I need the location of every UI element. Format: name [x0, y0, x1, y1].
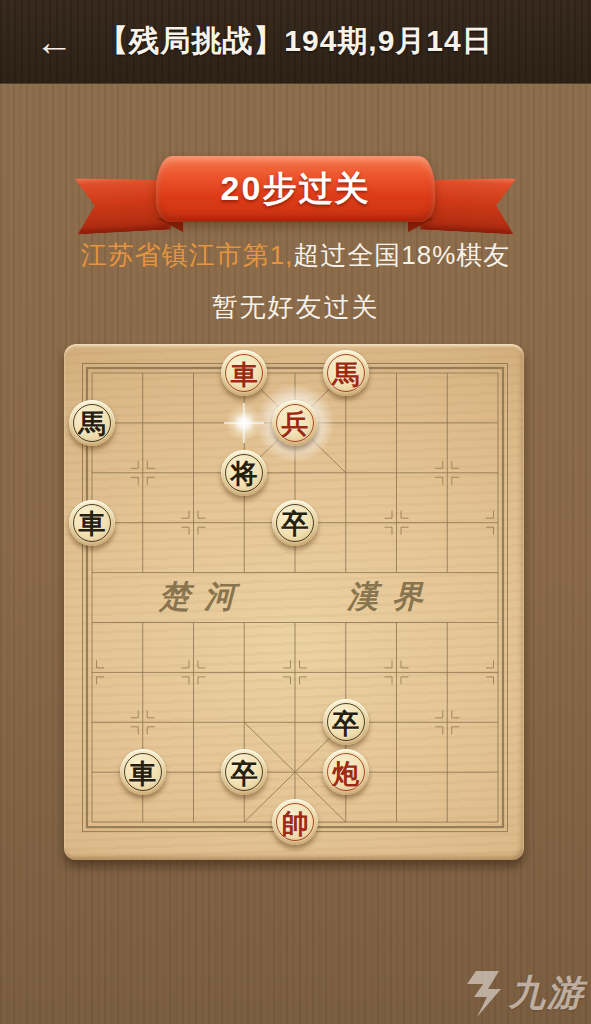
friends-status-text: 暂无好友过关	[0, 290, 591, 325]
stats-block: 江苏省镇江市第1,超过全国18%棋友 暂无好友过关	[0, 238, 591, 325]
ribbon-fold-left	[157, 218, 183, 232]
piece-red-pawn[interactable]: 兵	[272, 400, 318, 446]
piece-glyph: 馬	[79, 410, 106, 437]
piece-glyph: 卒	[282, 510, 309, 537]
piece-glyph: 兵	[282, 410, 309, 437]
piece-glyph: 将	[231, 460, 258, 487]
piece-glyph: 車	[231, 361, 258, 388]
piece-glyph: 車	[79, 510, 106, 537]
piece-red-cannon[interactable]: 炮	[323, 749, 369, 795]
piece-glyph: 帥	[282, 810, 309, 837]
piece-red-king[interactable]: 帥	[272, 799, 318, 845]
national-percent-text: 超过全国18%棋友	[293, 240, 510, 270]
region-rank-text: 江苏省镇江市第1,	[81, 240, 294, 270]
piece-glyph: 車	[129, 760, 156, 787]
piece-glyph: 馬	[332, 361, 359, 388]
piece-black-general[interactable]: 将	[221, 450, 267, 496]
steps-goal-text: 20步过关	[221, 166, 371, 212]
xiangqi-board[interactable]: 楚河 漢界 車馬馬兵将車卒卒車卒炮帥	[64, 344, 524, 860]
ribbon-fold-right	[408, 218, 434, 232]
piece-black-pawn-b[interactable]: 卒	[323, 699, 369, 745]
title-bar: ← 【残局挑战】194期,9月14日	[0, 0, 591, 84]
move-highlight-sparkle	[224, 403, 264, 443]
watermark-text: 九游	[509, 969, 585, 1018]
piece-glyph: 炮	[332, 760, 359, 787]
piece-red-horse[interactable]: 馬	[323, 350, 369, 396]
page-title: 【残局挑战】194期,9月14日	[0, 21, 591, 62]
piece-black-pawn-c[interactable]: 卒	[221, 749, 267, 795]
ribbon-tail-left	[75, 174, 172, 235]
piece-red-chariot[interactable]: 車	[221, 350, 267, 396]
app-screen: ← 【残局挑战】194期,9月14日 20步过关 江苏省镇江市第1,超过全国18…	[0, 0, 591, 1024]
piece-black-pawn-a[interactable]: 卒	[272, 500, 318, 546]
ribbon-band: 20步过关	[156, 156, 435, 222]
piece-black-chariot-a[interactable]: 車	[69, 500, 115, 546]
piece-black-chariot-b[interactable]: 車	[120, 749, 166, 795]
jiuyou-watermark: 九游	[463, 969, 585, 1018]
ribbon-tail-right	[420, 174, 517, 235]
pieces-layer: 車馬馬兵将車卒卒車卒炮帥	[64, 344, 524, 860]
rank-line: 江苏省镇江市第1,超过全国18%棋友	[0, 238, 591, 273]
piece-glyph: 卒	[231, 760, 258, 787]
piece-glyph: 卒	[332, 710, 359, 737]
jiuyou-logo-icon	[463, 970, 503, 1018]
back-button[interactable]: ←	[24, 0, 84, 84]
piece-black-horse[interactable]: 馬	[69, 400, 115, 446]
